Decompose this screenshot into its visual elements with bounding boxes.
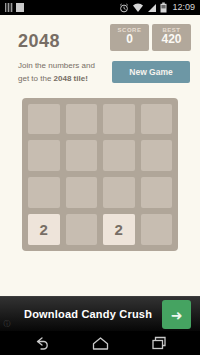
board-grid[interactable]: 22 [22,98,178,251]
android-nav-bar [0,331,200,355]
alarm-icon [119,3,129,13]
recents-icon [150,335,168,351]
grid-cell-r3c4 [141,177,173,208]
back-button[interactable] [30,334,52,352]
ad-choices-icon[interactable]: ⓘ [2,319,12,329]
phone-screen: 12:09 2048 SCORE 0 BEST 420 Join the num… [0,0,200,355]
grid-cell-r2c1 [28,140,60,171]
status-bar-clock: 12:09 [172,0,195,15]
grid-cell-r3c1 [28,177,60,208]
back-icon [32,335,50,351]
sub-header: Join the numbers and get to the 2048 til… [0,52,200,86]
grid-cell-r1c4 [141,104,173,135]
notification-icon-solid [16,3,24,12]
grid-cell-r3c3 [103,177,135,208]
instructions-line1: Join the numbers and [18,61,95,70]
grid-cell-r1c3 [103,104,135,135]
grid-cell-r2c4 [141,140,173,171]
notification-icon-striped [5,3,13,12]
grid-cell-r4c1: 2 [28,214,60,245]
grid-cell-r1c2 [66,104,98,135]
recents-button[interactable] [148,334,170,352]
grid-cell-r2c3 [103,140,135,171]
wifi-icon [132,3,144,13]
tile-2: 2 [103,214,135,245]
signal-icon [147,3,157,13]
score-value: 0 [110,33,149,46]
battery-icon [160,2,167,13]
game-instructions: Join the numbers and get to the 2048 til… [18,60,95,86]
grid-cell-r2c2 [66,140,98,171]
status-bar-system-icons: 12:09 [119,0,195,15]
status-bar: 12:09 [0,0,200,15]
score-panel: SCORE 0 BEST 420 [110,24,191,51]
app-title: 2048 [18,31,60,52]
best-box: BEST 420 [152,24,191,51]
grid-cell-r1c1 [28,104,60,135]
grid-cell-r4c2 [66,214,98,245]
ad-text: Download Candy Crush [24,308,152,320]
ad-install-button[interactable]: ➜ [162,300,191,329]
grid-cell-r4c3: 2 [103,214,135,245]
home-button[interactable] [89,334,111,352]
new-game-button[interactable]: New Game [112,61,190,83]
status-bar-notifications [5,3,24,12]
tile-2: 2 [28,214,60,245]
instructions-line2: get to the [18,74,54,83]
game-area: 2048 SCORE 0 BEST 420 Join the numbers a… [0,15,200,296]
grid-cell-r3c2 [66,177,98,208]
home-icon [91,336,110,351]
best-value: 420 [152,33,191,46]
instructions-goal: 2048 tile! [54,74,88,83]
score-box: SCORE 0 [110,24,149,51]
game-header: 2048 SCORE 0 BEST 420 [0,15,200,52]
ad-banner[interactable]: ⓘ Download Candy Crush ➜ [0,296,200,331]
grid-cell-r4c4 [141,214,173,245]
